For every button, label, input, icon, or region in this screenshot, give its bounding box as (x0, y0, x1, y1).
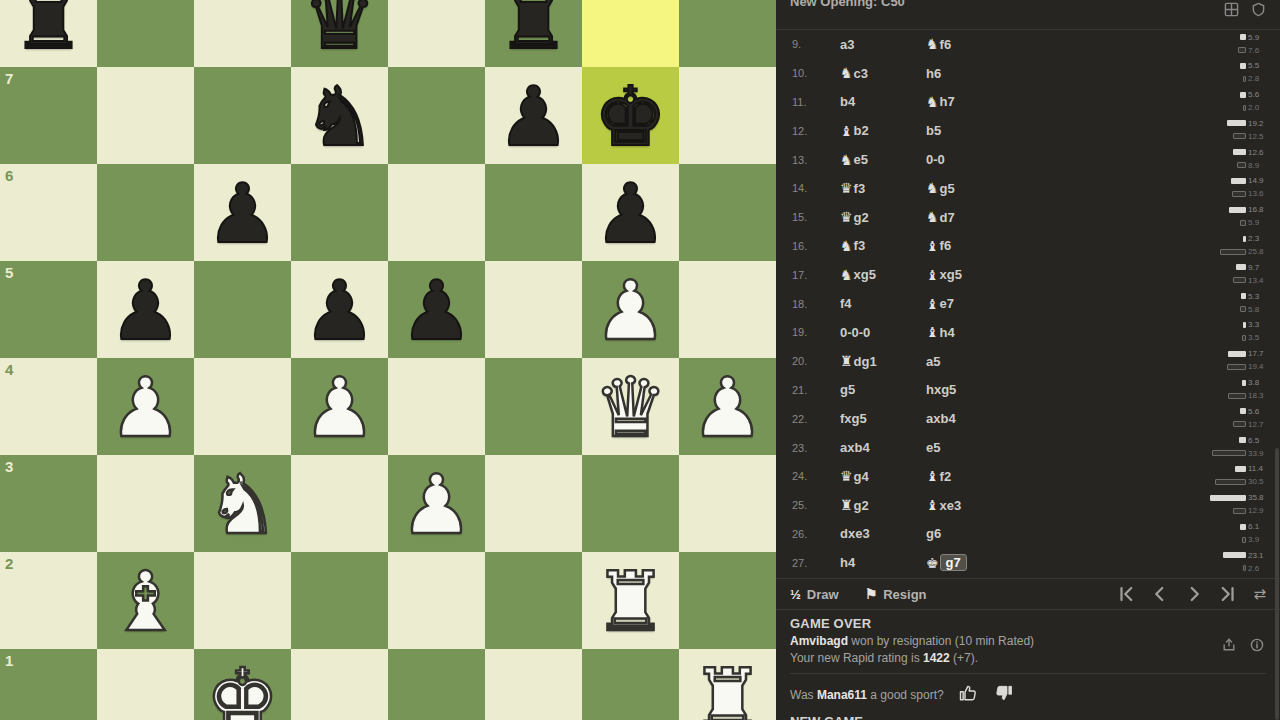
black-move-27[interactable]: ♚g7 (926, 554, 1008, 571)
square-e7[interactable] (388, 67, 485, 164)
white-queen-g4[interactable]: ♛ (582, 358, 679, 455)
time-value: 6.5 (1248, 436, 1270, 445)
white-move-20[interactable]: ♜dg1 (840, 353, 922, 369)
white-move-24[interactable]: ♛g4 (840, 468, 922, 484)
move-times: 11.430.5 (1200, 463, 1270, 488)
black-king-g7[interactable]: ♚ (582, 67, 679, 164)
square-g8[interactable] (582, 0, 679, 67)
time-value: 3.5 (1248, 333, 1270, 342)
square-a3[interactable]: 3 (0, 455, 97, 552)
square-a6[interactable]: 6 (0, 164, 97, 261)
san-text: a5 (926, 354, 940, 369)
black-move-9[interactable]: ♞f6 (926, 36, 1008, 52)
white-rook-h1[interactable]: ♜ (679, 649, 776, 720)
draw-half-icon: ½ (790, 587, 801, 602)
square-b2[interactable]: ♝ (97, 552, 194, 649)
white-time-bar (1240, 92, 1246, 98)
black-queen-d8[interactable]: ♛ (291, 0, 388, 67)
white-move-17[interactable]: ♞xg5 (840, 267, 922, 283)
square-f8[interactable]: ♜ (485, 0, 582, 67)
black-move-20[interactable]: a5 (926, 354, 1008, 369)
move-row-23: 23.axb4e56.533.9 (776, 433, 1280, 462)
controls-bar: ½ Draw ⚑ Resign ⇄ (776, 578, 1280, 610)
square-f6[interactable] (485, 164, 582, 261)
time-value: 12.7 (1248, 420, 1270, 429)
square-f1[interactable] (485, 649, 582, 720)
rank-label-7: 7 (5, 70, 13, 87)
white-move-25[interactable]: ♜g2 (840, 497, 922, 513)
white-move-22[interactable]: fxg5 (840, 411, 922, 426)
square-b5[interactable]: ♟ (97, 261, 194, 358)
bishop-move-icon: ♝ (926, 468, 939, 484)
san-text: f4 (840, 296, 852, 311)
move-times: 5.52.8 (1200, 60, 1270, 85)
replay-icon[interactable]: ⇄ (1253, 585, 1266, 603)
move-times: 6.533.9 (1200, 434, 1270, 459)
white-move-27[interactable]: h4 (840, 555, 922, 570)
square-f2[interactable] (485, 552, 582, 649)
san-text: dxe3 (840, 526, 870, 541)
knight-move-icon: ♞ (840, 65, 853, 81)
last-move-icon[interactable] (1219, 585, 1237, 603)
san-text: c3 (854, 66, 868, 81)
good-sport-row: Was Mana611 a good sport? (790, 673, 1266, 706)
good-sport-question: Was Mana611 a good sport? (790, 688, 944, 702)
white-move-18[interactable]: f4 (840, 296, 922, 311)
knight-move-icon: ♞ (926, 36, 939, 52)
square-d6[interactable] (291, 164, 388, 261)
white-move-13[interactable]: ♞e5 (840, 152, 922, 168)
bishop-move-icon: ♝ (840, 123, 853, 139)
move-row-15: 15.♛g2♞d716.85.9 (776, 203, 1280, 232)
black-move-22[interactable]: axb4 (926, 411, 1008, 426)
info-icon[interactable] (1250, 638, 1264, 656)
black-move-21[interactable]: hxg5 (926, 382, 1008, 397)
share-icon[interactable] (1222, 638, 1236, 656)
time-value: 5.5 (1248, 61, 1270, 70)
move-row-19: 19.0-0-0♝h43.33.5 (776, 318, 1280, 347)
time-value: 18.3 (1248, 391, 1270, 400)
san-text: e5 (854, 152, 868, 167)
rating-line: Your new Rapid rating is 1422 (+7). (790, 651, 1266, 665)
rook-move-icon: ♜ (840, 353, 853, 369)
move-number: 20. (792, 355, 818, 367)
white-move-12[interactable]: ♝b2 (840, 123, 922, 139)
draw-button[interactable]: ½ Draw (790, 587, 839, 602)
move-number: 15. (792, 211, 818, 223)
square-d7[interactable]: ♞ (291, 67, 388, 164)
move-row-24: 24.♛g4♝f211.430.5 (776, 462, 1280, 491)
move-number: 23. (792, 442, 818, 454)
san-text: h4 (840, 555, 855, 570)
san-text: f2 (940, 469, 952, 484)
white-move-19[interactable]: 0-0-0 (840, 325, 922, 340)
black-move-19[interactable]: ♝h4 (926, 324, 1008, 340)
san-text: g4 (854, 469, 869, 484)
move-row-16: 16.♞f3♝f62.325.8 (776, 232, 1280, 261)
bishop-move-icon: ♝ (926, 267, 939, 283)
san-text: b2 (854, 123, 869, 138)
black-move-10[interactable]: h6 (926, 66, 1008, 81)
square-e1[interactable] (388, 649, 485, 720)
square-a7[interactable]: 7 (0, 67, 97, 164)
square-d2[interactable] (291, 552, 388, 649)
white-move-9[interactable]: a3 (840, 37, 922, 52)
move-row-20: 20.♜dg1a517.719.4 (776, 347, 1280, 376)
time-value: 2.0 (1248, 103, 1270, 112)
black-time-bar (1237, 162, 1246, 168)
game-result-line: Amvibagd won by resignation (10 min Rate… (790, 634, 1266, 648)
square-h1[interactable]: ♜ (679, 649, 776, 720)
resign-flag-icon: ⚑ (865, 586, 878, 602)
black-time-bar (1228, 393, 1246, 399)
white-king-c1[interactable]: ♚ (194, 649, 291, 720)
bishop-move-icon: ♝ (926, 296, 939, 312)
move-number: 16. (792, 240, 818, 252)
white-knight-c3[interactable]: ♞ (194, 455, 291, 552)
square-a8[interactable]: 8♜ (0, 0, 97, 67)
black-pawn-d5[interactable]: ♟ (291, 261, 388, 358)
move-times: 35.812.9 (1200, 492, 1270, 517)
san-text: xg5 (940, 267, 962, 282)
square-d5[interactable]: ♟ (291, 261, 388, 358)
white-pawn-b4[interactable]: ♟ (97, 358, 194, 455)
move-row-26: 26.dxe3g66.13.9 (776, 520, 1280, 549)
time-value: 23.1 (1248, 551, 1270, 560)
move-number: 11. (792, 96, 818, 108)
white-pawn-g5[interactable]: ♟ (582, 261, 679, 358)
san-text: h7 (940, 94, 955, 109)
move-row-18: 18.f4♝e75.35.8 (776, 289, 1280, 318)
black-move-13[interactable]: 0-0 (926, 152, 1008, 167)
white-pawn-h4[interactable]: ♟ (679, 358, 776, 455)
san-text: a3 (840, 37, 854, 52)
san-text: h4 (940, 325, 955, 340)
new-rating-value: 1422 (923, 651, 950, 665)
time-value: 8.9 (1248, 161, 1270, 170)
square-e3[interactable]: ♟ (388, 455, 485, 552)
move-number: 12. (792, 125, 818, 137)
square-f3[interactable] (485, 455, 582, 552)
square-f5[interactable] (485, 261, 582, 358)
black-move-14[interactable]: ♞g5 (926, 180, 1008, 196)
black-time-bar (1240, 306, 1246, 312)
square-b8[interactable] (97, 0, 194, 67)
time-value: 14.9 (1248, 176, 1270, 185)
queen-move-icon: ♛ (840, 180, 853, 196)
time-value: 13.4 (1248, 276, 1270, 285)
white-time-bar (1240, 63, 1246, 69)
san-text: g7 (940, 554, 967, 571)
san-text: xg5 (854, 267, 876, 282)
settings-shield-icon[interactable] (1251, 2, 1266, 17)
square-c5[interactable] (194, 261, 291, 358)
san-text: fxg5 (840, 411, 867, 426)
bishop-move-icon: ♝ (926, 497, 939, 513)
game-panel: New Opening: C50 9.a3♞f65.97.610.♞c3h65.… (776, 0, 1280, 720)
move-number: 22. (792, 413, 818, 425)
square-g3[interactable] (582, 455, 679, 552)
time-value: 12.6 (1248, 148, 1270, 157)
queen-move-icon: ♛ (840, 209, 853, 225)
square-a1[interactable]: 1 (0, 649, 97, 720)
black-time-bar (1233, 421, 1246, 427)
first-move-icon[interactable] (1117, 585, 1135, 603)
move-row-17: 17.♞xg5♝xg59.713.4 (776, 260, 1280, 289)
time-value: 3.3 (1248, 320, 1270, 329)
black-knight-d7[interactable]: ♞ (291, 67, 388, 164)
square-f7[interactable]: ♟ (485, 67, 582, 164)
white-move-11[interactable]: b4 (840, 94, 922, 109)
time-value: 9.7 (1248, 263, 1270, 272)
white-move-26[interactable]: dxe3 (840, 526, 922, 541)
black-move-12[interactable]: b5 (926, 123, 1008, 138)
white-pawn-e3[interactable]: ♟ (388, 455, 485, 552)
move-row-25: 25.♜g2♝xe335.812.9 (776, 491, 1280, 520)
time-value: 35.8 (1248, 493, 1270, 502)
black-move-18[interactable]: ♝e7 (926, 296, 1008, 312)
black-time-bar (1242, 537, 1246, 543)
next-move-icon[interactable] (1185, 585, 1203, 603)
black-time-bar (1243, 565, 1246, 571)
black-time-bar (1243, 105, 1246, 111)
square-h7[interactable] (679, 67, 776, 164)
move-row-13: 13.♞e50-012.68.9 (776, 145, 1280, 174)
rank-label-5: 5 (5, 264, 13, 281)
time-value: 5.6 (1248, 90, 1270, 99)
time-value: 2.6 (1248, 564, 1270, 573)
san-text: f3 (854, 238, 866, 253)
white-pawn-d4[interactable]: ♟ (291, 358, 388, 455)
white-bishop-b2[interactable]: ♝ (97, 552, 194, 649)
move-times: 5.612.7 (1200, 405, 1270, 430)
time-value: 2.8 (1248, 74, 1270, 83)
san-text: h6 (926, 66, 941, 81)
square-a2[interactable]: 2 (0, 552, 97, 649)
rank-label-1: 1 (5, 652, 13, 669)
time-value: 2.3 (1248, 234, 1270, 243)
square-e4[interactable] (388, 358, 485, 455)
square-d8[interactable]: ♛ (291, 0, 388, 67)
square-e2[interactable] (388, 552, 485, 649)
move-row-10: 10.♞c3h65.52.8 (776, 59, 1280, 88)
time-value: 19.4 (1248, 362, 1270, 371)
black-move-26[interactable]: g6 (926, 526, 1008, 541)
black-time-bar (1227, 364, 1246, 370)
black-time-bar (1212, 450, 1246, 456)
black-rook-a8[interactable]: ♜ (0, 0, 97, 67)
time-value: 11.4 (1248, 464, 1270, 473)
black-move-24[interactable]: ♝f2 (926, 468, 1008, 484)
square-h2[interactable] (679, 552, 776, 649)
time-value: 5.9 (1248, 33, 1270, 42)
square-b4[interactable]: ♟ (97, 358, 194, 455)
square-d3[interactable] (291, 455, 388, 552)
square-c8[interactable] (194, 0, 291, 67)
square-c4[interactable] (194, 358, 291, 455)
white-move-14[interactable]: ♛f3 (840, 180, 922, 196)
square-g7[interactable]: ♚ (582, 67, 679, 164)
black-pawn-c6[interactable]: ♟ (194, 164, 291, 261)
black-pawn-f7[interactable]: ♟ (485, 67, 582, 164)
square-e8[interactable] (388, 0, 485, 67)
time-value: 5.3 (1248, 292, 1270, 301)
white-time-bar (1239, 437, 1246, 443)
time-value: 17.7 (1248, 349, 1270, 358)
move-row-27: 27.h4♚g723.12.6 (776, 548, 1280, 577)
move-times: 14.913.6 (1200, 175, 1270, 200)
time-value: 5.9 (1248, 218, 1270, 227)
previous-move-icon[interactable] (1151, 585, 1169, 603)
square-h8[interactable] (679, 0, 776, 67)
san-text: b4 (840, 94, 855, 109)
san-text: axb4 (926, 411, 956, 426)
black-pawn-g6[interactable]: ♟ (582, 164, 679, 261)
knight-move-icon: ♞ (926, 180, 939, 196)
white-time-bar (1233, 149, 1246, 155)
white-move-23[interactable]: axb4 (840, 440, 922, 455)
move-times: 5.35.8 (1200, 290, 1270, 315)
white-time-bar (1235, 466, 1246, 472)
game-over-title: GAME OVER (790, 616, 1266, 631)
draw-button-label: Draw (807, 587, 839, 602)
bishop-move-icon: ♝ (926, 238, 939, 254)
square-c1[interactable]: ♚ (194, 649, 291, 720)
square-g4[interactable]: ♛ (582, 358, 679, 455)
square-d4[interactable]: ♟ (291, 358, 388, 455)
move-times: 16.85.9 (1200, 204, 1270, 229)
opening-title: New Opening: C50 (790, 0, 905, 9)
square-f4[interactable] (485, 358, 582, 455)
white-move-21[interactable]: g5 (840, 382, 922, 397)
move-row-11: 11.b4♞h75.62.0 (776, 88, 1280, 117)
knight-move-icon: ♞ (840, 267, 853, 283)
move-times: 5.62.0 (1200, 89, 1270, 114)
square-h3[interactable] (679, 455, 776, 552)
move-number: 9. (792, 38, 818, 50)
rank-label-6: 6 (5, 167, 13, 184)
square-b3[interactable] (97, 455, 194, 552)
time-value: 25.8 (1248, 247, 1270, 256)
san-text: e5 (926, 440, 940, 455)
move-times: 5.97.6 (1200, 31, 1270, 56)
time-value: 12.9 (1248, 506, 1270, 515)
san-text: b5 (926, 123, 941, 138)
square-c2[interactable] (194, 552, 291, 649)
black-move-17[interactable]: ♝xg5 (926, 267, 1008, 283)
black-move-16[interactable]: ♝f6 (926, 238, 1008, 254)
time-value: 7.6 (1248, 46, 1270, 55)
white-time-bar (1240, 408, 1246, 414)
move-number: 19. (792, 326, 818, 338)
scrollbar[interactable] (1275, 448, 1279, 720)
square-h4[interactable]: ♟ (679, 358, 776, 455)
san-text: 0-0 (926, 152, 945, 167)
move-number: 13. (792, 154, 818, 166)
black-pawn-b5[interactable]: ♟ (97, 261, 194, 358)
king-move-icon: ♚ (926, 555, 939, 571)
square-c6[interactable]: ♟ (194, 164, 291, 261)
san-text: xe3 (940, 498, 962, 513)
square-e5[interactable]: ♟ (388, 261, 485, 358)
square-c7[interactable] (194, 67, 291, 164)
square-g2[interactable]: ♜ (582, 552, 679, 649)
move-row-12: 12.♝b2b519.212.5 (776, 116, 1280, 145)
move-times: 3.818.3 (1200, 377, 1270, 402)
black-time-bar (1240, 220, 1246, 226)
white-move-16[interactable]: ♞f3 (840, 238, 922, 254)
time-value: 5.8 (1248, 305, 1270, 314)
black-time-bar (1242, 335, 1246, 341)
san-text: f6 (940, 238, 952, 253)
white-time-bar (1242, 380, 1246, 386)
square-a5[interactable]: 5 (0, 261, 97, 358)
time-value: 5.6 (1248, 407, 1270, 416)
white-move-15[interactable]: ♛g2 (840, 209, 922, 225)
san-text: hxg5 (926, 382, 956, 397)
black-time-bar (1215, 479, 1246, 485)
black-move-11[interactable]: ♞h7 (926, 94, 1008, 110)
new-game-label[interactable]: NEW GAME (790, 714, 1266, 720)
square-b1[interactable] (97, 649, 194, 720)
black-move-15[interactable]: ♞d7 (926, 209, 1008, 225)
resign-button[interactable]: ⚑ Resign (865, 586, 927, 602)
square-b7[interactable] (97, 67, 194, 164)
black-pawn-e5[interactable]: ♟ (388, 261, 485, 358)
square-g5[interactable]: ♟ (582, 261, 679, 358)
rank-label-4: 4 (5, 361, 13, 378)
game-over-section: GAME OVER Amvibagd won by resignation (1… (776, 610, 1280, 665)
board-layout-icon[interactable] (1224, 2, 1239, 17)
square-b6[interactable] (97, 164, 194, 261)
square-g6[interactable]: ♟ (582, 164, 679, 261)
san-text: f3 (854, 181, 866, 196)
time-value: 19.2 (1248, 119, 1270, 128)
time-value: 12.5 (1248, 132, 1270, 141)
san-text: e7 (940, 296, 954, 311)
white-time-bar (1241, 293, 1246, 299)
white-time-bar (1229, 207, 1246, 213)
move-times: 19.212.5 (1200, 117, 1270, 142)
white-time-bar (1243, 322, 1246, 328)
square-h6[interactable] (679, 164, 776, 261)
move-times: 9.713.4 (1200, 261, 1270, 286)
black-time-bar (1233, 277, 1246, 283)
thumbs-down-icon[interactable] (994, 683, 1014, 706)
black-move-25[interactable]: ♝xe3 (926, 497, 1008, 513)
move-number: 25. (792, 499, 818, 511)
move-row-21: 21.g5hxg53.818.3 (776, 376, 1280, 405)
square-h5[interactable] (679, 261, 776, 358)
move-times: 23.12.6 (1200, 549, 1270, 574)
square-d1[interactable] (291, 649, 388, 720)
square-c3[interactable]: ♞ (194, 455, 291, 552)
move-times: 3.33.5 (1200, 319, 1270, 344)
rank-label-2: 2 (5, 555, 13, 572)
white-move-10[interactable]: ♞c3 (840, 65, 922, 81)
square-e6[interactable] (388, 164, 485, 261)
black-rook-f8[interactable]: ♜ (485, 0, 582, 67)
black-move-23[interactable]: e5 (926, 440, 1008, 455)
square-a4[interactable]: 4 (0, 358, 97, 455)
white-time-bar (1228, 351, 1246, 357)
white-rook-g2[interactable]: ♜ (582, 552, 679, 649)
black-time-bar (1238, 47, 1246, 53)
rook-move-icon: ♜ (840, 497, 853, 513)
thumbs-up-icon[interactable] (958, 683, 978, 706)
square-g1[interactable] (582, 649, 679, 720)
move-list: 9.a3♞f65.97.610.♞c3h65.52.811.b4♞h75.62.… (776, 30, 1280, 578)
